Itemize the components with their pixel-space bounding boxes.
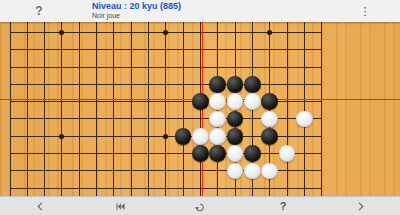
black-stone [175,128,192,145]
grid-line-horizontal [10,49,323,50]
star-point [163,30,168,35]
grid-line-horizontal [10,188,323,189]
white-stone [279,145,296,162]
white-stone [209,111,226,128]
black-stone [261,93,278,110]
black-stone [261,128,278,145]
turn-status: Noir joue [92,12,181,20]
white-stone [261,111,278,128]
grid-line-horizontal [10,67,323,68]
title-block: Niveau : 20 kyu (885) Noir joue [92,1,181,20]
white-stone [227,145,244,162]
black-stone [244,145,261,162]
white-stone [209,128,226,145]
white-stone [209,93,226,110]
black-stone [192,145,209,162]
skip-to-start-button[interactable] [106,197,134,215]
white-stone [261,163,278,180]
chevron-right-icon [355,201,366,212]
chevron-left-icon [35,201,46,212]
black-stone [192,93,209,110]
overflow-menu-icon[interactable]: ⋮ [358,2,372,20]
white-stone [227,93,244,110]
star-point [59,30,64,35]
black-stone [227,128,244,145]
white-stone [244,93,261,110]
help-icon[interactable]: ? [30,1,48,21]
black-stone [227,76,244,93]
hint-button[interactable]: ? [269,197,297,215]
go-board[interactable] [0,22,400,196]
page-title: Niveau : 20 kyu (885) [92,1,181,12]
bottom-toolbar: ? [0,196,400,215]
grid-line-horizontal [10,84,323,85]
white-stone [296,111,313,128]
undo-button[interactable] [186,197,214,215]
star-point [163,134,168,139]
next-button[interactable] [346,197,374,215]
grid-line-horizontal [10,153,323,154]
black-stone [244,76,261,93]
black-stone [209,145,226,162]
white-stone [192,128,209,145]
previous-button[interactable] [26,197,54,215]
top-bar: ? Niveau : 20 kyu (885) Noir joue ⋮ [0,0,400,22]
star-point [267,30,272,35]
white-stone [244,163,261,180]
black-stone [227,111,244,128]
star-point [59,134,64,139]
question-icon: ? [280,197,287,215]
skip-to-start-icon [115,201,126,212]
black-stone [209,76,226,93]
undo-icon [194,201,206,213]
white-stone [227,163,244,180]
go-app: ? Niveau : 20 kyu (885) Noir joue ⋮ ? [0,0,400,215]
